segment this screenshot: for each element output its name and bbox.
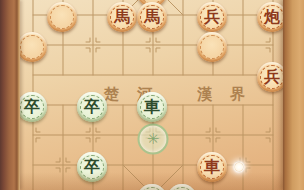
bottom-shadow [0, 172, 304, 190]
piece-glyph: 車 [144, 99, 160, 115]
piece-glyph: 馬 [114, 9, 130, 25]
wood-border-left [0, 0, 20, 190]
piece-face: 卒 [20, 95, 44, 119]
piece-face [200, 35, 224, 59]
piece-glyph: 卒 [24, 99, 40, 115]
piece-glyph: 炮 [264, 9, 280, 25]
piece-black-soldier[interactable]: 卒 [77, 92, 107, 122]
piece-red-horse[interactable]: 馬 [137, 2, 167, 32]
pieces-layer: 馬馬兵炮兵卒卒車卒車 [0, 0, 304, 190]
board-surface[interactable]: 楚河 漢界 ✳ 馬馬兵炮兵卒卒車卒車 [0, 0, 304, 190]
piece-hidden-piece[interactable] [17, 32, 47, 62]
piece-face: 馬 [110, 5, 134, 29]
piece-face: 車 [140, 95, 164, 119]
piece-face: 兵 [200, 5, 224, 29]
piece-face: 馬 [140, 5, 164, 29]
piece-black-soldier[interactable]: 卒 [17, 92, 47, 122]
piece-black-chariot[interactable]: 車 [137, 92, 167, 122]
piece-face: 炮 [260, 5, 284, 29]
piece-red-soldier[interactable]: 兵 [197, 2, 227, 32]
piece-glyph: 馬 [144, 9, 160, 25]
piece-face [50, 5, 74, 29]
piece-glyph: 兵 [204, 9, 220, 25]
wood-border-right [283, 0, 304, 190]
piece-face: 卒 [80, 95, 104, 119]
piece-face: 兵 [260, 65, 284, 89]
piece-red-horse[interactable]: 馬 [107, 2, 137, 32]
piece-hidden-piece[interactable] [47, 2, 77, 32]
piece-hidden-piece[interactable] [197, 32, 227, 62]
piece-glyph: 兵 [264, 69, 280, 85]
piece-face [20, 35, 44, 59]
piece-glyph: 卒 [84, 99, 100, 115]
